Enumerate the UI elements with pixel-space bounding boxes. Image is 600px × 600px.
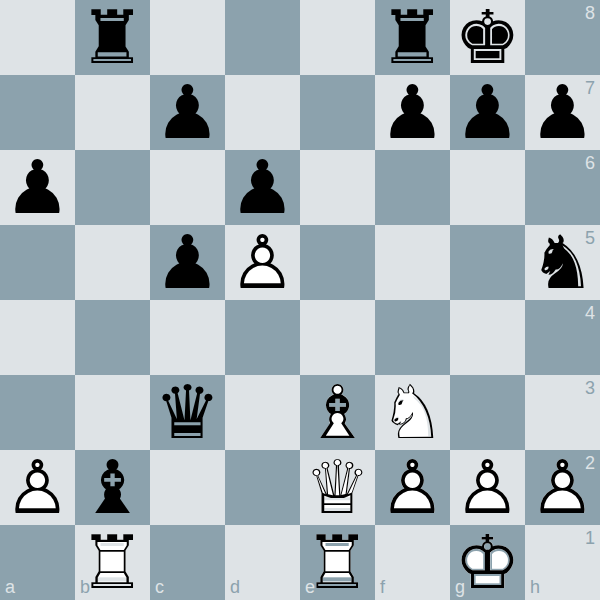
square-e6[interactable] <box>300 150 375 225</box>
rank-label-3: 3 <box>585 378 595 399</box>
square-g5[interactable] <box>450 225 525 300</box>
white-knight[interactable]: ♞♘ <box>375 375 450 450</box>
black-pawn[interactable]: ♟ <box>450 75 525 150</box>
square-h8[interactable]: 8 <box>525 0 600 75</box>
white-rook[interactable]: ♜♖ <box>300 525 375 600</box>
square-b8[interactable]: ♜ <box>75 0 150 75</box>
square-h1[interactable]: 1h <box>525 525 600 600</box>
chess-board: ♜♜♚8♟♟♟♟7♟♟6♟♟♙♞54♛♝♗♞♘3♟♙♝♛♕♟♙♟♙♟♙2a♜♖b… <box>0 0 600 600</box>
black-rook[interactable]: ♜ <box>75 0 150 75</box>
white-rook[interactable]: ♜♖ <box>75 525 150 600</box>
white-king[interactable]: ♚♔ <box>450 525 525 600</box>
white-pawn[interactable]: ♟♙ <box>0 450 75 525</box>
square-a8[interactable] <box>0 0 75 75</box>
square-h4[interactable]: 4 <box>525 300 600 375</box>
square-d1[interactable]: d <box>225 525 300 600</box>
square-e3[interactable]: ♝♗ <box>300 375 375 450</box>
file-label-c: c <box>155 577 164 598</box>
square-c8[interactable] <box>150 0 225 75</box>
file-label-h: h <box>530 577 540 598</box>
square-b5[interactable] <box>75 225 150 300</box>
square-a6[interactable]: ♟ <box>0 150 75 225</box>
square-h5[interactable]: ♞5 <box>525 225 600 300</box>
black-pawn[interactable]: ♟ <box>150 225 225 300</box>
square-e7[interactable] <box>300 75 375 150</box>
square-f1[interactable]: f <box>375 525 450 600</box>
square-f2[interactable]: ♟♙ <box>375 450 450 525</box>
black-pawn[interactable]: ♟ <box>375 75 450 150</box>
square-c3[interactable]: ♛ <box>150 375 225 450</box>
square-f3[interactable]: ♞♘ <box>375 375 450 450</box>
square-h6[interactable]: 6 <box>525 150 600 225</box>
square-a2[interactable]: ♟♙ <box>0 450 75 525</box>
square-a1[interactable]: a <box>0 525 75 600</box>
square-f6[interactable] <box>375 150 450 225</box>
square-b4[interactable] <box>75 300 150 375</box>
black-rook[interactable]: ♜ <box>375 0 450 75</box>
square-f7[interactable]: ♟ <box>375 75 450 150</box>
rank-label-8: 8 <box>585 3 595 24</box>
square-e4[interactable] <box>300 300 375 375</box>
white-queen[interactable]: ♛♕ <box>300 450 375 525</box>
square-e2[interactable]: ♛♕ <box>300 450 375 525</box>
square-d5[interactable]: ♟♙ <box>225 225 300 300</box>
square-b7[interactable] <box>75 75 150 150</box>
square-e5[interactable] <box>300 225 375 300</box>
black-bishop[interactable]: ♝ <box>75 450 150 525</box>
black-knight[interactable]: ♞ <box>525 225 600 300</box>
square-g2[interactable]: ♟♙ <box>450 450 525 525</box>
square-g4[interactable] <box>450 300 525 375</box>
square-b2[interactable]: ♝ <box>75 450 150 525</box>
black-king[interactable]: ♚ <box>450 0 525 75</box>
square-a4[interactable] <box>0 300 75 375</box>
square-e8[interactable] <box>300 0 375 75</box>
square-g7[interactable]: ♟ <box>450 75 525 150</box>
square-h7[interactable]: ♟7 <box>525 75 600 150</box>
square-d3[interactable] <box>225 375 300 450</box>
rank-label-4: 4 <box>585 303 595 324</box>
black-pawn[interactable]: ♟ <box>0 150 75 225</box>
square-d4[interactable] <box>225 300 300 375</box>
white-pawn[interactable]: ♟♙ <box>375 450 450 525</box>
square-h3[interactable]: 3 <box>525 375 600 450</box>
rank-label-6: 6 <box>585 153 595 174</box>
black-pawn[interactable]: ♟ <box>225 150 300 225</box>
square-g3[interactable] <box>450 375 525 450</box>
black-pawn[interactable]: ♟ <box>525 75 600 150</box>
square-f5[interactable] <box>375 225 450 300</box>
square-a5[interactable] <box>0 225 75 300</box>
square-g6[interactable] <box>450 150 525 225</box>
white-bishop[interactable]: ♝♗ <box>300 375 375 450</box>
black-pawn[interactable]: ♟ <box>150 75 225 150</box>
square-g8[interactable]: ♚ <box>450 0 525 75</box>
square-c6[interactable] <box>150 150 225 225</box>
square-f4[interactable] <box>375 300 450 375</box>
square-a3[interactable] <box>0 375 75 450</box>
square-g1[interactable]: ♚♔g <box>450 525 525 600</box>
square-a7[interactable] <box>0 75 75 150</box>
file-label-d: d <box>230 577 240 598</box>
square-e1[interactable]: ♜♖e <box>300 525 375 600</box>
file-label-f: f <box>380 577 385 598</box>
square-b1[interactable]: ♜♖b <box>75 525 150 600</box>
square-f8[interactable]: ♜ <box>375 0 450 75</box>
square-b3[interactable] <box>75 375 150 450</box>
square-d6[interactable]: ♟ <box>225 150 300 225</box>
white-pawn[interactable]: ♟♙ <box>450 450 525 525</box>
file-label-a: a <box>5 577 15 598</box>
square-c4[interactable] <box>150 300 225 375</box>
square-c1[interactable]: c <box>150 525 225 600</box>
rank-label-1: 1 <box>585 528 595 549</box>
square-c2[interactable] <box>150 450 225 525</box>
square-c7[interactable]: ♟ <box>150 75 225 150</box>
square-b6[interactable] <box>75 150 150 225</box>
square-h2[interactable]: ♟♙2 <box>525 450 600 525</box>
white-pawn[interactable]: ♟♙ <box>525 450 600 525</box>
square-d7[interactable] <box>225 75 300 150</box>
square-c5[interactable]: ♟ <box>150 225 225 300</box>
white-pawn[interactable]: ♟♙ <box>225 225 300 300</box>
square-d2[interactable] <box>225 450 300 525</box>
black-queen[interactable]: ♛ <box>150 375 225 450</box>
square-d8[interactable] <box>225 0 300 75</box>
